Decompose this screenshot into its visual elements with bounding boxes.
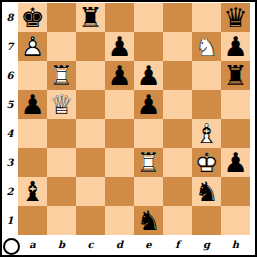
square-h7[interactable]: ♟ <box>221 32 250 61</box>
square-f4[interactable] <box>163 119 192 148</box>
rank-labels: 87654321 <box>2 3 18 235</box>
file-label-g: g <box>192 235 221 255</box>
file-label-f: f <box>163 235 192 255</box>
square-e2[interactable] <box>134 177 163 206</box>
square-a8[interactable]: ♚ <box>18 3 47 32</box>
square-d6[interactable]: ♟ <box>105 61 134 90</box>
square-h6[interactable]: ♜ <box>221 61 250 90</box>
black-pawn: ♟ <box>134 61 163 90</box>
black-pawn: ♟ <box>221 32 250 61</box>
square-d2[interactable] <box>105 177 134 206</box>
square-h4[interactable] <box>221 119 250 148</box>
square-d4[interactable] <box>105 119 134 148</box>
file-label-e: e <box>134 235 163 255</box>
square-e5[interactable]: ♟ <box>134 90 163 119</box>
file-labels: abcdefgh <box>18 235 250 255</box>
file-label-c: c <box>76 235 105 255</box>
rank-label-1: 1 <box>2 206 18 235</box>
square-d1[interactable] <box>105 206 134 235</box>
rank-label-6: 6 <box>2 61 18 90</box>
square-b3[interactable] <box>47 148 76 177</box>
square-f3[interactable] <box>163 148 192 177</box>
square-d8[interactable] <box>105 3 134 32</box>
square-a4[interactable] <box>18 119 47 148</box>
black-knight: ♞ <box>192 177 221 206</box>
chess-board: ♚♜♛♟♙♟♞♘♟♜♖♟♟♜♟♛♕♟♝♗♜♖♚♔♟♝♞♞ <box>18 3 250 235</box>
square-b8[interactable] <box>47 3 76 32</box>
square-b4[interactable] <box>47 119 76 148</box>
square-h8[interactable]: ♛ <box>221 3 250 32</box>
square-c7[interactable] <box>76 32 105 61</box>
rank-label-7: 7 <box>2 32 18 61</box>
square-g5[interactable] <box>192 90 221 119</box>
square-f7[interactable] <box>163 32 192 61</box>
square-b5[interactable]: ♛♕ <box>47 90 76 119</box>
file-label-h: h <box>221 235 250 255</box>
rank-label-5: 5 <box>2 90 18 119</box>
black-king: ♚ <box>18 3 47 32</box>
square-h5[interactable] <box>221 90 250 119</box>
side-to-move-indicator <box>3 238 20 255</box>
square-b7[interactable] <box>47 32 76 61</box>
black-pawn: ♟ <box>221 148 250 177</box>
square-c1[interactable] <box>76 206 105 235</box>
black-knight: ♞ <box>134 206 163 235</box>
square-g3[interactable]: ♚♔ <box>192 148 221 177</box>
white-rook: ♜♖ <box>47 61 76 90</box>
square-e3[interactable]: ♜♖ <box>134 148 163 177</box>
square-h2[interactable] <box>221 177 250 206</box>
square-a5[interactable]: ♟ <box>18 90 47 119</box>
square-a6[interactable] <box>18 61 47 90</box>
square-f6[interactable] <box>163 61 192 90</box>
square-g1[interactable] <box>192 206 221 235</box>
square-e7[interactable] <box>134 32 163 61</box>
square-c8[interactable]: ♜ <box>76 3 105 32</box>
white-knight: ♞♘ <box>192 32 221 61</box>
square-a2[interactable]: ♝ <box>18 177 47 206</box>
black-rook: ♜ <box>76 3 105 32</box>
square-f5[interactable] <box>163 90 192 119</box>
white-king: ♚♔ <box>192 148 221 177</box>
square-a1[interactable] <box>18 206 47 235</box>
square-a3[interactable] <box>18 148 47 177</box>
square-d5[interactable] <box>105 90 134 119</box>
square-e6[interactable]: ♟ <box>134 61 163 90</box>
square-b1[interactable] <box>47 206 76 235</box>
white-queen: ♛♕ <box>47 90 76 119</box>
white-bishop: ♝♗ <box>192 119 221 148</box>
square-d3[interactable] <box>105 148 134 177</box>
file-label-b: b <box>47 235 76 255</box>
square-f2[interactable] <box>163 177 192 206</box>
black-pawn: ♟ <box>134 90 163 119</box>
square-g6[interactable] <box>192 61 221 90</box>
file-label-d: d <box>105 235 134 255</box>
square-e1[interactable]: ♞ <box>134 206 163 235</box>
black-rook: ♜ <box>221 61 250 90</box>
square-c2[interactable] <box>76 177 105 206</box>
square-f8[interactable] <box>163 3 192 32</box>
square-e8[interactable] <box>134 3 163 32</box>
square-b6[interactable]: ♜♖ <box>47 61 76 90</box>
rank-label-2: 2 <box>2 177 18 206</box>
square-c5[interactable] <box>76 90 105 119</box>
file-label-a: a <box>18 235 47 255</box>
square-a7[interactable]: ♟♙ <box>18 32 47 61</box>
rank-label-4: 4 <box>2 119 18 148</box>
black-pawn: ♟ <box>105 61 134 90</box>
square-g7[interactable]: ♞♘ <box>192 32 221 61</box>
square-c6[interactable] <box>76 61 105 90</box>
black-queen: ♛ <box>221 3 250 32</box>
black-bishop: ♝ <box>18 177 47 206</box>
white-pawn: ♟♙ <box>18 32 47 61</box>
rank-label-8: 8 <box>2 3 18 32</box>
white-rook: ♜♖ <box>134 148 163 177</box>
black-pawn: ♟ <box>18 90 47 119</box>
square-c4[interactable] <box>76 119 105 148</box>
square-h3[interactable]: ♟ <box>221 148 250 177</box>
square-g2[interactable]: ♞ <box>192 177 221 206</box>
square-h1[interactable] <box>221 206 250 235</box>
diagram-background: 87654321 ♚♜♛♟♙♟♞♘♟♜♖♟♟♜♟♛♕♟♝♗♜♖♚♔♟♝♞♞ ab… <box>2 2 255 255</box>
square-g4[interactable]: ♝♗ <box>192 119 221 148</box>
square-b2[interactable] <box>47 177 76 206</box>
black-pawn: ♟ <box>105 32 134 61</box>
chess-diagram-frame: 87654321 ♚♜♛♟♙♟♞♘♟♜♖♟♟♜♟♛♕♟♝♗♜♖♚♔♟♝♞♞ ab… <box>0 0 257 257</box>
square-d7[interactable]: ♟ <box>105 32 134 61</box>
square-e4[interactable] <box>134 119 163 148</box>
square-g8[interactable] <box>192 3 221 32</box>
rank-label-3: 3 <box>2 148 18 177</box>
square-f1[interactable] <box>163 206 192 235</box>
square-c3[interactable] <box>76 148 105 177</box>
